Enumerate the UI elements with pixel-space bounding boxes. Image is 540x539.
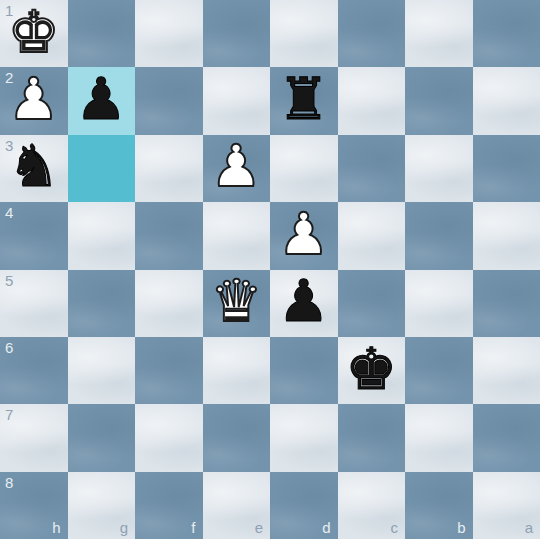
square-h5[interactable]: 5	[0, 270, 68, 337]
black-pawn[interactable]: ♟	[75, 70, 127, 128]
white-pawn[interactable]: ♟	[8, 70, 60, 128]
square-g5[interactable]	[68, 270, 136, 337]
file-label-a: a	[525, 519, 533, 536]
file-label-d: d	[322, 519, 330, 536]
square-d7[interactable]	[270, 404, 338, 471]
square-b3[interactable]	[405, 135, 473, 202]
square-f3[interactable]	[135, 135, 203, 202]
square-b4[interactable]	[405, 202, 473, 269]
square-h2[interactable]: 2♟	[0, 67, 68, 134]
white-queen[interactable]: ♛	[210, 272, 262, 330]
square-b1[interactable]	[405, 0, 473, 67]
rank-label-4: 4	[5, 204, 13, 221]
file-label-f: f	[191, 519, 195, 536]
square-b2[interactable]	[405, 67, 473, 134]
square-e1[interactable]	[203, 0, 271, 67]
square-d3[interactable]	[270, 135, 338, 202]
black-king[interactable]: ♚	[345, 340, 397, 398]
square-g6[interactable]	[68, 337, 136, 404]
white-pawn[interactable]: ♟	[278, 205, 330, 263]
square-e7[interactable]	[203, 404, 271, 471]
square-e6[interactable]	[203, 337, 271, 404]
file-label-c: c	[391, 519, 399, 536]
square-a3[interactable]	[473, 135, 540, 202]
square-d4[interactable]: ♟	[270, 202, 338, 269]
square-h4[interactable]: 4	[0, 202, 68, 269]
square-h7[interactable]: 7	[0, 404, 68, 471]
square-g4[interactable]	[68, 202, 136, 269]
square-e2[interactable]	[203, 67, 271, 134]
square-g2[interactable]: ♟	[68, 67, 136, 134]
square-a6[interactable]	[473, 337, 540, 404]
square-c5[interactable]	[338, 270, 406, 337]
chess-board: 1♚2♟♟♜3♞♟4♟5♛♟6♚78hgfedcba	[0, 0, 540, 539]
file-label-b: b	[457, 519, 465, 536]
rank-label-7: 7	[5, 406, 13, 423]
square-d6[interactable]	[270, 337, 338, 404]
square-f4[interactable]	[135, 202, 203, 269]
square-h3[interactable]: 3♞	[0, 135, 68, 202]
square-h8[interactable]: 8h	[0, 472, 68, 539]
file-label-e: e	[255, 519, 263, 536]
black-pawn[interactable]: ♟	[278, 272, 330, 330]
square-e8[interactable]: e	[203, 472, 271, 539]
square-a7[interactable]	[473, 404, 540, 471]
file-label-h: h	[52, 519, 60, 536]
square-c7[interactable]	[338, 404, 406, 471]
square-f6[interactable]	[135, 337, 203, 404]
square-b6[interactable]	[405, 337, 473, 404]
square-e4[interactable]	[203, 202, 271, 269]
square-c6[interactable]: ♚	[338, 337, 406, 404]
rank-label-8: 8	[5, 474, 13, 491]
rank-label-6: 6	[5, 339, 13, 356]
square-a5[interactable]	[473, 270, 540, 337]
square-a1[interactable]	[473, 0, 540, 67]
square-f7[interactable]	[135, 404, 203, 471]
square-c8[interactable]: c	[338, 472, 406, 539]
square-h6[interactable]: 6	[0, 337, 68, 404]
file-label-g: g	[120, 519, 128, 536]
rank-label-5: 5	[5, 272, 13, 289]
square-f1[interactable]	[135, 0, 203, 67]
square-d2[interactable]: ♜	[270, 67, 338, 134]
square-c1[interactable]	[338, 0, 406, 67]
square-b7[interactable]	[405, 404, 473, 471]
square-b5[interactable]	[405, 270, 473, 337]
white-pawn[interactable]: ♟	[210, 137, 262, 195]
square-d8[interactable]: d	[270, 472, 338, 539]
square-c4[interactable]	[338, 202, 406, 269]
square-c3[interactable]	[338, 135, 406, 202]
square-a8[interactable]: a	[473, 472, 540, 539]
square-e3[interactable]: ♟	[203, 135, 271, 202]
square-a2[interactable]	[473, 67, 540, 134]
square-h1[interactable]: 1♚	[0, 0, 68, 67]
square-f5[interactable]	[135, 270, 203, 337]
square-g8[interactable]: g	[68, 472, 136, 539]
black-knight[interactable]: ♞	[8, 137, 60, 195]
black-rook[interactable]: ♜	[278, 70, 330, 128]
white-king[interactable]: ♚	[8, 3, 60, 61]
square-f8[interactable]: f	[135, 472, 203, 539]
square-e5[interactable]: ♛	[203, 270, 271, 337]
square-g3[interactable]	[68, 135, 136, 202]
square-b8[interactable]: b	[405, 472, 473, 539]
square-d5[interactable]: ♟	[270, 270, 338, 337]
square-g7[interactable]	[68, 404, 136, 471]
square-g1[interactable]	[68, 0, 136, 67]
square-d1[interactable]	[270, 0, 338, 67]
square-f2[interactable]	[135, 67, 203, 134]
square-a4[interactable]	[473, 202, 540, 269]
square-c2[interactable]	[338, 67, 406, 134]
